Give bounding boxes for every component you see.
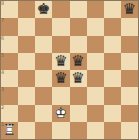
square-c4[interactable] [35,70,52,87]
square-b8[interactable] [18,1,35,18]
white-king-outline: ♔ [54,106,67,121]
black-queen-piece[interactable]: ♛ [54,54,67,69]
black-queen-piece[interactable]: ♛ [123,2,136,17]
black-queen-piece[interactable]: ♛ [54,71,67,86]
square-g6[interactable] [104,36,121,53]
square-c3[interactable] [35,87,52,104]
chess-board: 8♚♛765♛♛4♛♛32♚♔1♜♖ [0,0,139,140]
black-queen-piece[interactable]: ♛ [71,54,84,69]
square-g2[interactable] [104,105,121,122]
square-f4[interactable] [87,70,104,87]
square-h3[interactable] [121,87,138,104]
square-a1[interactable]: 1♜♖ [1,122,18,139]
square-d6[interactable] [52,36,69,53]
square-h7[interactable] [121,18,138,35]
square-a8[interactable]: 8 [1,1,18,18]
rank-label: 3 [1,87,4,92]
square-h6[interactable] [121,36,138,53]
white-rook-outline: ♖ [3,123,16,138]
square-a4[interactable]: 4 [1,70,18,87]
square-e3[interactable] [70,87,87,104]
square-h5[interactable] [121,53,138,70]
square-h4[interactable] [121,70,138,87]
square-e2[interactable] [70,105,87,122]
square-b3[interactable] [18,87,35,104]
rank-label: 7 [1,18,4,23]
rank-label: 2 [1,105,4,110]
square-b5[interactable] [18,53,35,70]
square-c7[interactable] [35,18,52,35]
square-f6[interactable] [87,36,104,53]
black-king-piece[interactable]: ♚ [37,2,50,17]
square-e4[interactable]: ♛ [70,70,87,87]
square-c1[interactable] [35,122,52,139]
square-b6[interactable] [18,36,35,53]
square-b2[interactable] [18,105,35,122]
square-g4[interactable] [104,70,121,87]
square-g5[interactable] [104,53,121,70]
square-h8[interactable]: ♛ [121,1,138,18]
square-d4[interactable]: ♛ [52,70,69,87]
square-h2[interactable] [121,105,138,122]
square-d8[interactable] [52,1,69,18]
chessboard-container: 8♚♛765♛♛4♛♛32♚♔1♜♖ [0,0,139,140]
square-e1[interactable] [70,122,87,139]
square-b4[interactable] [18,70,35,87]
square-h1[interactable] [121,122,138,139]
square-f7[interactable] [87,18,104,35]
square-g1[interactable] [104,122,121,139]
square-d5[interactable]: ♛ [52,53,69,70]
square-g3[interactable] [104,87,121,104]
square-a3[interactable]: 3 [1,87,18,104]
square-d1[interactable] [52,122,69,139]
square-a5[interactable]: 5 [1,53,18,70]
black-queen-piece[interactable]: ♛ [71,71,84,86]
rank-label: 4 [1,70,4,75]
square-g7[interactable] [104,18,121,35]
square-a7[interactable]: 7 [1,18,18,35]
rank-label: 8 [1,1,4,6]
square-c2[interactable] [35,105,52,122]
square-f2[interactable] [87,105,104,122]
square-d3[interactable] [52,87,69,104]
rank-label: 6 [1,36,4,41]
square-c6[interactable] [35,36,52,53]
square-g8[interactable] [104,1,121,18]
square-d7[interactable] [52,18,69,35]
white-rook-piece[interactable]: ♜♖ [3,123,16,138]
rank-label: 5 [1,53,4,58]
square-e7[interactable] [70,18,87,35]
square-d2[interactable]: ♚♔ [52,105,69,122]
square-f8[interactable] [87,1,104,18]
square-c5[interactable] [35,53,52,70]
square-b1[interactable] [18,122,35,139]
square-e5[interactable]: ♛ [70,53,87,70]
square-a6[interactable]: 6 [1,36,18,53]
square-f1[interactable] [87,122,104,139]
white-king-piece[interactable]: ♚♔ [54,106,67,121]
square-e8[interactable] [70,1,87,18]
square-e6[interactable] [70,36,87,53]
square-c8[interactable]: ♚ [35,1,52,18]
square-b7[interactable] [18,18,35,35]
square-a2[interactable]: 2 [1,105,18,122]
square-f5[interactable] [87,53,104,70]
square-f3[interactable] [87,87,104,104]
